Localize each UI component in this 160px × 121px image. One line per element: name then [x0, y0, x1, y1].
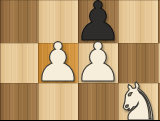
square-g3[interactable] — [158, 83, 160, 120]
chess-app-screenshot: ♟♟♟♞ — [0, 0, 160, 120]
square-d4[interactable]: ♟ — [38, 43, 78, 83]
square-g5[interactable] — [158, 0, 160, 43]
square-f3[interactable]: ♞ — [118, 83, 158, 120]
square-c3[interactable] — [0, 83, 38, 120]
square-c5[interactable] — [0, 0, 38, 43]
square-e4[interactable]: ♟ — [78, 43, 118, 83]
square-e3[interactable] — [78, 83, 118, 120]
square-d3[interactable] — [38, 83, 78, 120]
square-c4[interactable] — [0, 43, 38, 83]
white-knight-f3[interactable]: ♞ — [115, 82, 160, 121]
chess-board: ♟♟♟♞ — [0, 0, 160, 120]
square-f5[interactable] — [118, 0, 158, 43]
